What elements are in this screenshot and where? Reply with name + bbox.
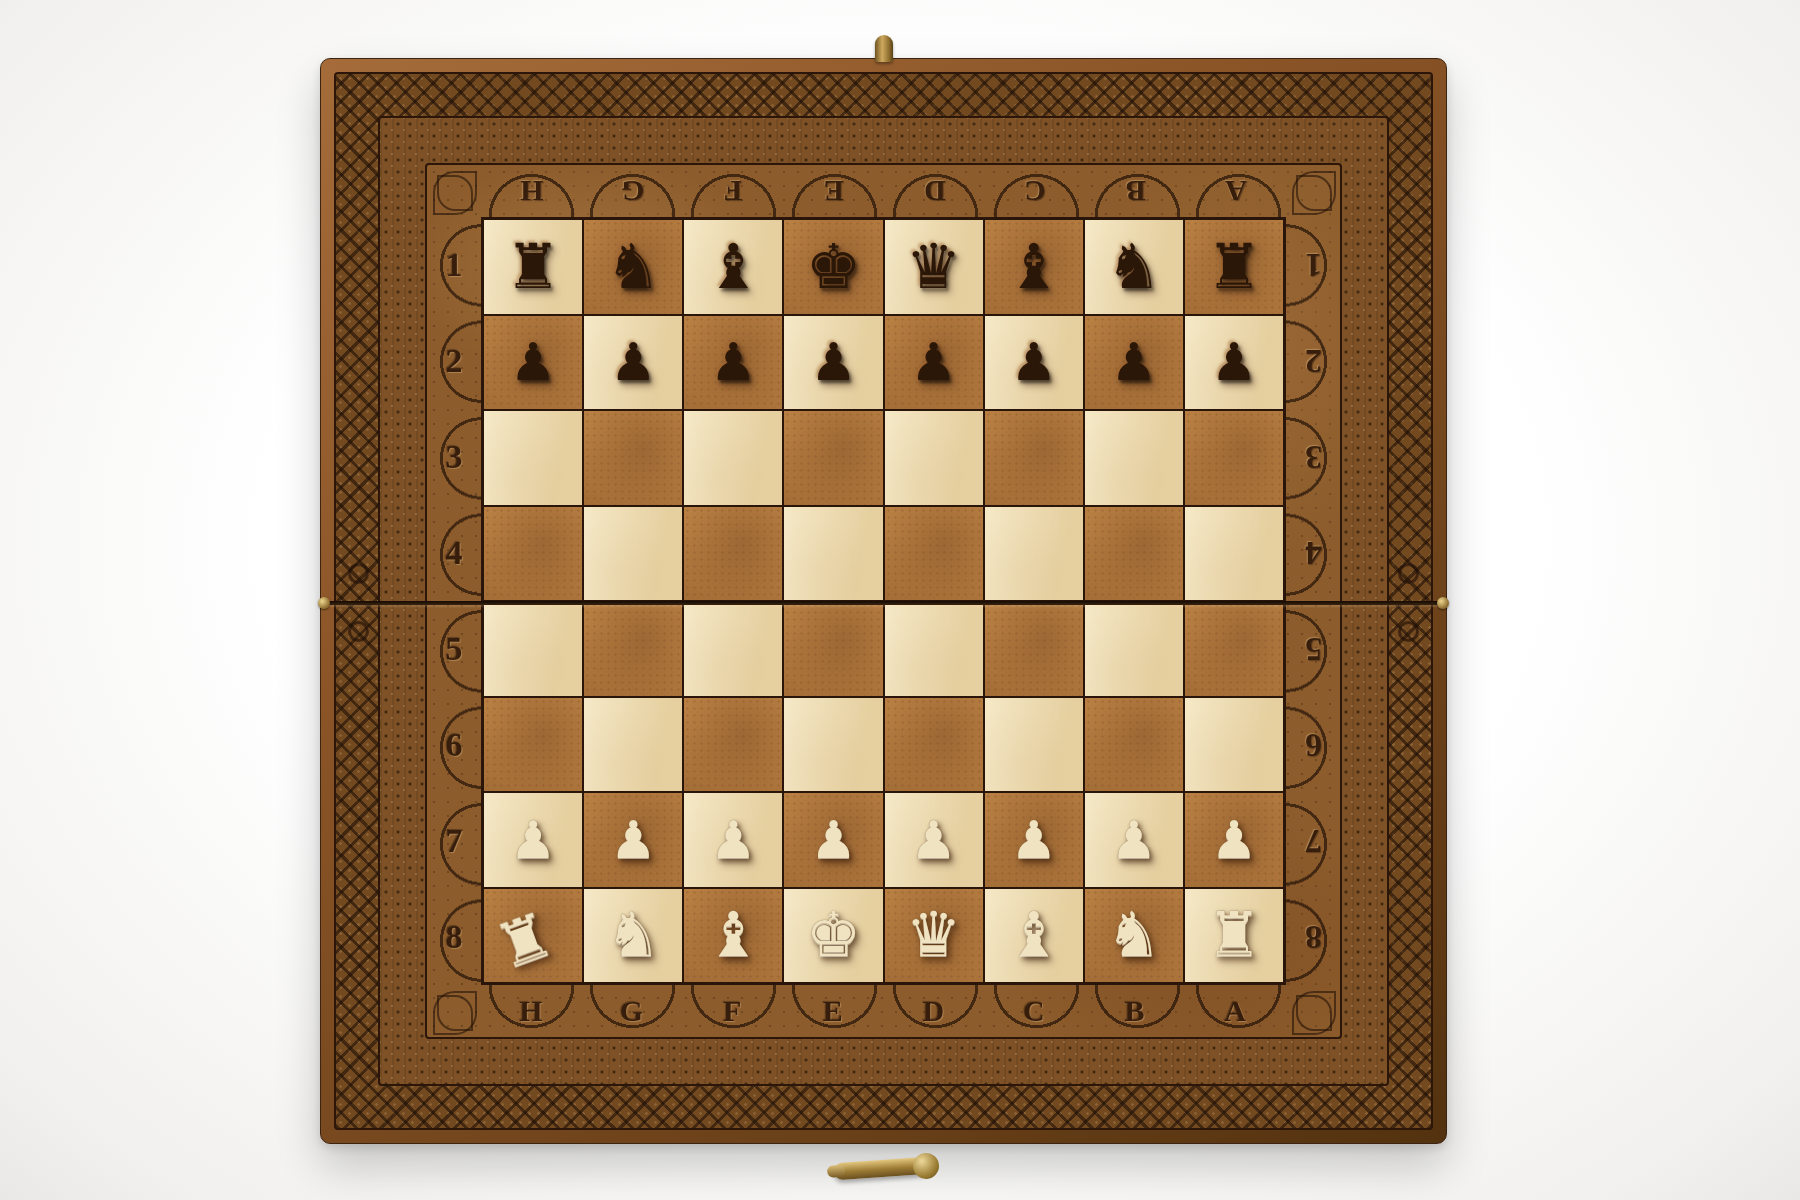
square-g7[interactable]: ♟: [584, 793, 682, 887]
square-b1[interactable]: ♞: [1085, 220, 1183, 314]
carved-ring: [348, 621, 369, 642]
piece-dark-knight[interactable]: ♞: [605, 236, 661, 298]
piece-light-rook[interactable]: ♜: [1206, 904, 1262, 966]
file-label-a: A: [1185, 174, 1286, 208]
piece-dark-pawn[interactable]: ♟: [1010, 336, 1057, 388]
piece-light-bishop[interactable]: ♝: [706, 904, 762, 966]
hinge-pin-left: [318, 597, 330, 609]
square-a2[interactable]: ♟: [1185, 316, 1283, 410]
rank-label-6: 6: [446, 697, 463, 793]
square-b5[interactable]: [1085, 602, 1183, 696]
piece-dark-pawn[interactable]: ♟: [1111, 336, 1158, 388]
corner-motif: [1286, 165, 1340, 217]
file-label-d: D: [884, 994, 985, 1028]
file-label-b: B: [1085, 994, 1186, 1028]
file-label-h: H: [481, 174, 582, 208]
fold-seam: [321, 601, 1446, 605]
piece-dark-pawn[interactable]: ♟: [1211, 336, 1258, 388]
file-label-f: F: [682, 174, 783, 208]
square-c1[interactable]: ♝: [985, 220, 1083, 314]
corner-motif: [427, 985, 481, 1037]
piece-light-knight[interactable]: ♞: [605, 904, 661, 966]
piece-dark-rook[interactable]: ♜: [1206, 236, 1262, 298]
square-f1[interactable]: ♝: [684, 220, 782, 314]
square-a4[interactable]: [1185, 507, 1283, 601]
file-label-g: G: [582, 994, 683, 1028]
file-label-a: A: [1185, 994, 1286, 1028]
piece-light-pawn[interactable]: ♟: [910, 814, 957, 866]
square-d5[interactable]: [885, 602, 983, 696]
square-f2[interactable]: ♟: [684, 316, 782, 410]
square-e7[interactable]: ♟: [784, 793, 882, 887]
piece-light-king[interactable]: ♚: [806, 904, 862, 966]
rank-label-1: 1: [446, 217, 463, 313]
piece-light-pawn[interactable]: ♟: [510, 814, 557, 866]
square-b6[interactable]: [1085, 698, 1183, 792]
square-g5[interactable]: [584, 602, 682, 696]
square-f5[interactable]: [684, 602, 782, 696]
hinge-pin-right: [1437, 597, 1449, 609]
square-e8[interactable]: ♚: [784, 889, 882, 983]
square-b2[interactable]: ♟: [1085, 316, 1183, 410]
piece-light-queen[interactable]: ♛: [906, 904, 962, 966]
square-h1[interactable]: ♜: [484, 220, 582, 314]
rank-label-5: 5: [1305, 601, 1322, 697]
square-g2[interactable]: ♟: [584, 316, 682, 410]
square-g1[interactable]: ♞: [584, 220, 682, 314]
square-f8[interactable]: ♝: [684, 889, 782, 983]
square-a3[interactable]: [1185, 411, 1283, 505]
piece-light-pawn[interactable]: ♟: [610, 814, 657, 866]
piece-dark-queen[interactable]: ♛: [906, 236, 962, 298]
square-c2[interactable]: ♟: [985, 316, 1083, 410]
carved-ring: [348, 563, 369, 584]
piece-light-pawn[interactable]: ♟: [810, 814, 857, 866]
brass-clasp: [833, 1157, 930, 1181]
rank-label-8: 8: [446, 889, 463, 985]
square-f4[interactable]: [684, 507, 782, 601]
file-label-f: F: [682, 994, 783, 1028]
square-e5[interactable]: [784, 602, 882, 696]
square-d7[interactable]: ♟: [885, 793, 983, 887]
piece-dark-bishop[interactable]: ♝: [1006, 236, 1062, 298]
piece-dark-pawn[interactable]: ♟: [610, 336, 657, 388]
piece-light-rook[interactable]: ♜: [488, 903, 561, 980]
file-label-c: C: [984, 174, 1085, 208]
square-d4[interactable]: [885, 507, 983, 601]
piece-light-pawn[interactable]: ♟: [1010, 814, 1057, 866]
piece-dark-pawn[interactable]: ♟: [510, 336, 557, 388]
file-label-e: E: [783, 174, 884, 208]
square-h2[interactable]: ♟: [484, 316, 582, 410]
rank-label-2: 2: [446, 313, 463, 409]
piece-light-knight[interactable]: ♞: [1106, 904, 1162, 966]
piece-light-pawn[interactable]: ♟: [1211, 814, 1258, 866]
rank-label-7: 7: [1305, 793, 1322, 889]
corner-motif: [427, 165, 481, 217]
square-a1[interactable]: ♜: [1185, 220, 1283, 314]
piece-light-bishop[interactable]: ♝: [1006, 904, 1062, 966]
square-h4[interactable]: [484, 507, 582, 601]
corner-motif: [1286, 985, 1340, 1037]
file-labels-bottom: HGFEDCBA: [481, 985, 1286, 1037]
square-f7[interactable]: ♟: [684, 793, 782, 887]
file-label-c: C: [984, 994, 1085, 1028]
piece-light-pawn[interactable]: ♟: [710, 814, 757, 866]
piece-light-pawn[interactable]: ♟: [1111, 814, 1158, 866]
square-g3[interactable]: [584, 411, 682, 505]
piece-dark-rook[interactable]: ♜: [505, 236, 561, 298]
square-e6[interactable]: [784, 698, 882, 792]
square-g6[interactable]: [584, 698, 682, 792]
rank-label-3: 3: [1305, 409, 1322, 505]
square-b4[interactable]: [1085, 507, 1183, 601]
square-a8[interactable]: ♜: [1185, 889, 1283, 983]
rank-label-5: 5: [446, 601, 463, 697]
square-d3[interactable]: [885, 411, 983, 505]
rank-label-6: 6: [1305, 697, 1322, 793]
square-a5[interactable]: [1185, 602, 1283, 696]
square-h5[interactable]: [484, 602, 582, 696]
square-c5[interactable]: [985, 602, 1083, 696]
chess-box: HGFEDCBA HGFEDCBA 12345678 12345678 ♜♞♝♚…: [320, 58, 1447, 1144]
square-e3[interactable]: [784, 411, 882, 505]
square-c3[interactable]: [985, 411, 1083, 505]
square-d2[interactable]: ♟: [885, 316, 983, 410]
square-c8[interactable]: ♝: [985, 889, 1083, 983]
square-h8[interactable]: ♜: [484, 889, 582, 983]
square-e4[interactable]: [784, 507, 882, 601]
file-labels-top: HGFEDCBA: [481, 165, 1286, 217]
square-e2[interactable]: ♟: [784, 316, 882, 410]
piece-dark-bishop[interactable]: ♝: [706, 236, 762, 298]
file-label-g: G: [582, 174, 683, 208]
square-c7[interactable]: ♟: [985, 793, 1083, 887]
square-f3[interactable]: [684, 411, 782, 505]
carved-ring: [1398, 563, 1419, 584]
square-a7[interactable]: ♟: [1185, 793, 1283, 887]
piece-dark-pawn[interactable]: ♟: [710, 336, 757, 388]
square-b8[interactable]: ♞: [1085, 889, 1183, 983]
square-g4[interactable]: [584, 507, 682, 601]
brass-knob: [875, 35, 893, 62]
rank-label-7: 7: [446, 793, 463, 889]
square-b3[interactable]: [1085, 411, 1183, 505]
file-label-d: D: [884, 174, 985, 208]
file-label-h: H: [481, 994, 582, 1028]
square-a6[interactable]: [1185, 698, 1283, 792]
square-c4[interactable]: [985, 507, 1083, 601]
file-label-e: E: [783, 994, 884, 1028]
square-g8[interactable]: ♞: [584, 889, 682, 983]
square-d1[interactable]: ♛: [885, 220, 983, 314]
piece-dark-pawn[interactable]: ♟: [810, 336, 857, 388]
rank-label-4: 4: [446, 505, 463, 601]
rank-label-3: 3: [446, 409, 463, 505]
square-c6[interactable]: [985, 698, 1083, 792]
square-h6[interactable]: [484, 698, 582, 792]
rank-label-8: 8: [1305, 889, 1322, 985]
file-label-b: B: [1085, 174, 1186, 208]
square-b7[interactable]: ♟: [1085, 793, 1183, 887]
square-e1[interactable]: ♚: [784, 220, 882, 314]
scene: { "game": "chess", "scene": "overhead ph…: [0, 0, 1800, 1200]
rank-label-4: 4: [1305, 505, 1322, 601]
piece-dark-king[interactable]: ♚: [806, 236, 862, 298]
carved-ring: [1398, 621, 1419, 642]
rank-label-1: 1: [1305, 217, 1322, 313]
square-h3[interactable]: [484, 411, 582, 505]
rank-label-2: 2: [1305, 313, 1322, 409]
piece-dark-pawn[interactable]: ♟: [910, 336, 957, 388]
square-f6[interactable]: [684, 698, 782, 792]
piece-dark-knight[interactable]: ♞: [1106, 236, 1162, 298]
square-h7[interactable]: ♟: [484, 793, 582, 887]
square-d8[interactable]: ♛: [885, 889, 983, 983]
square-d6[interactable]: [885, 698, 983, 792]
